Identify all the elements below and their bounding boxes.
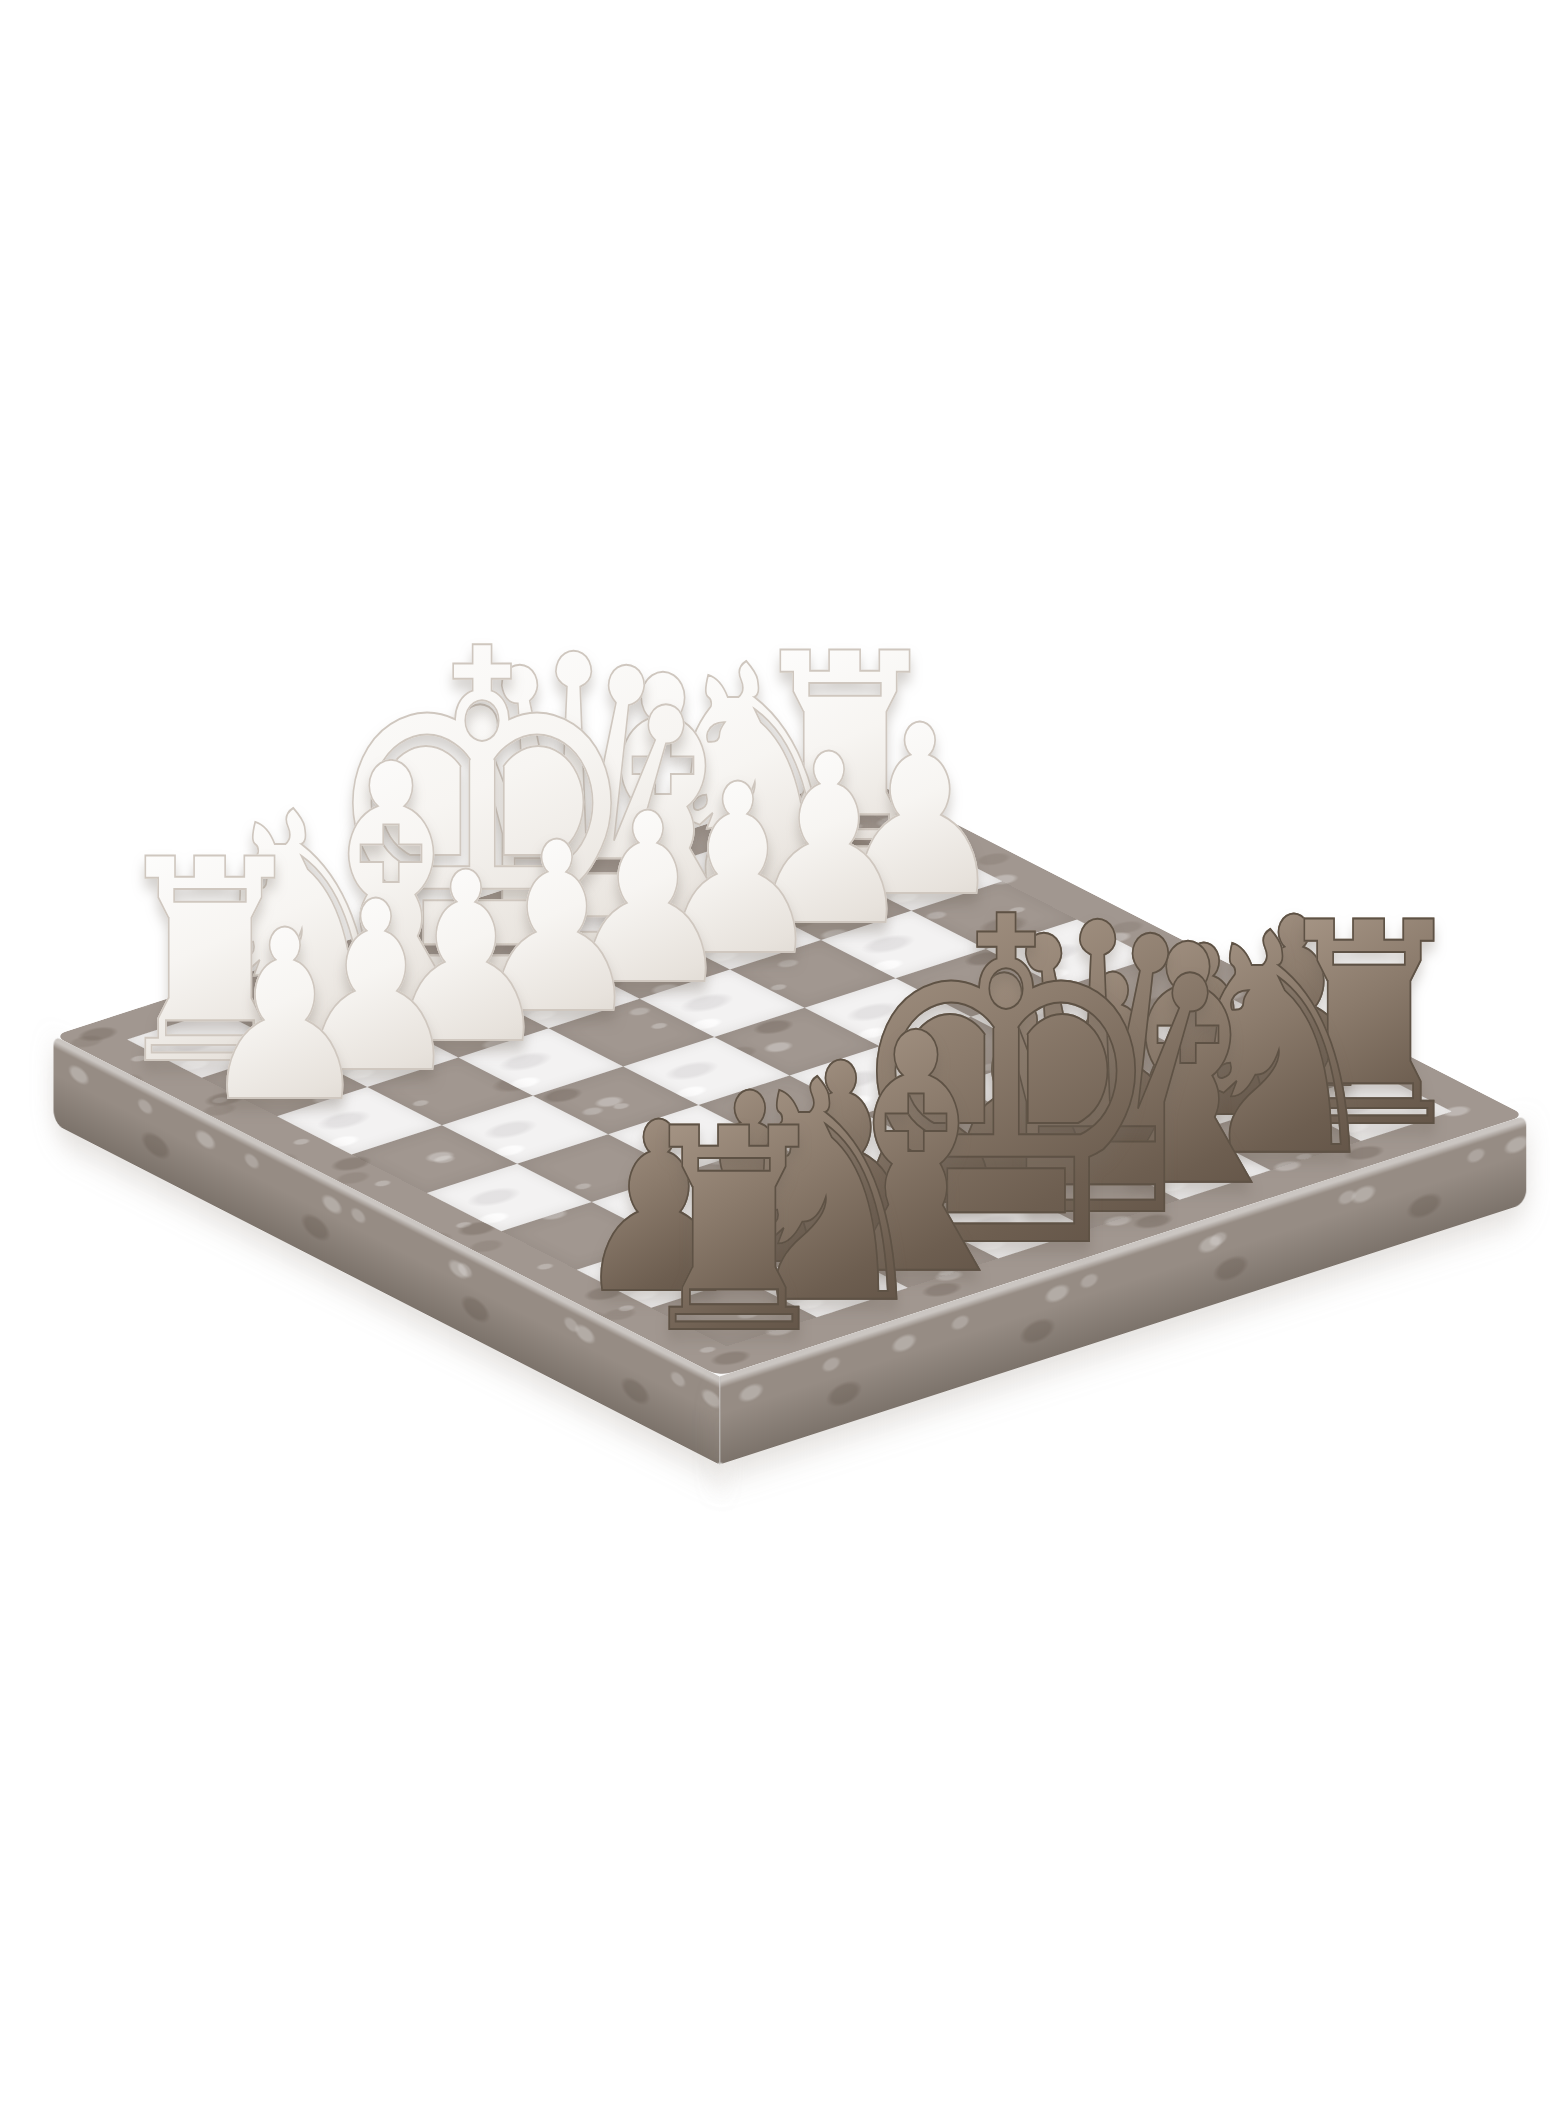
product-photo-stage: ♜♞♝♛♚♝♞♜♟♟♟♟♟♟♟♟♟♟♟♟♟♟♟♟♜♞♝♛♚♝♞♜	[0, 0, 1550, 2123]
piece-grey-rook-h8[interactable]: ♜	[631, 1091, 837, 1371]
pieces-layer: ♜♞♝♛♚♝♞♜♟♟♟♟♟♟♟♟♟♟♟♟♟♟♟♟♜♞♝♛♚♝♞♜	[0, 0, 1550, 2123]
piece-white-pawn-h2[interactable]: ♟	[198, 899, 371, 1134]
